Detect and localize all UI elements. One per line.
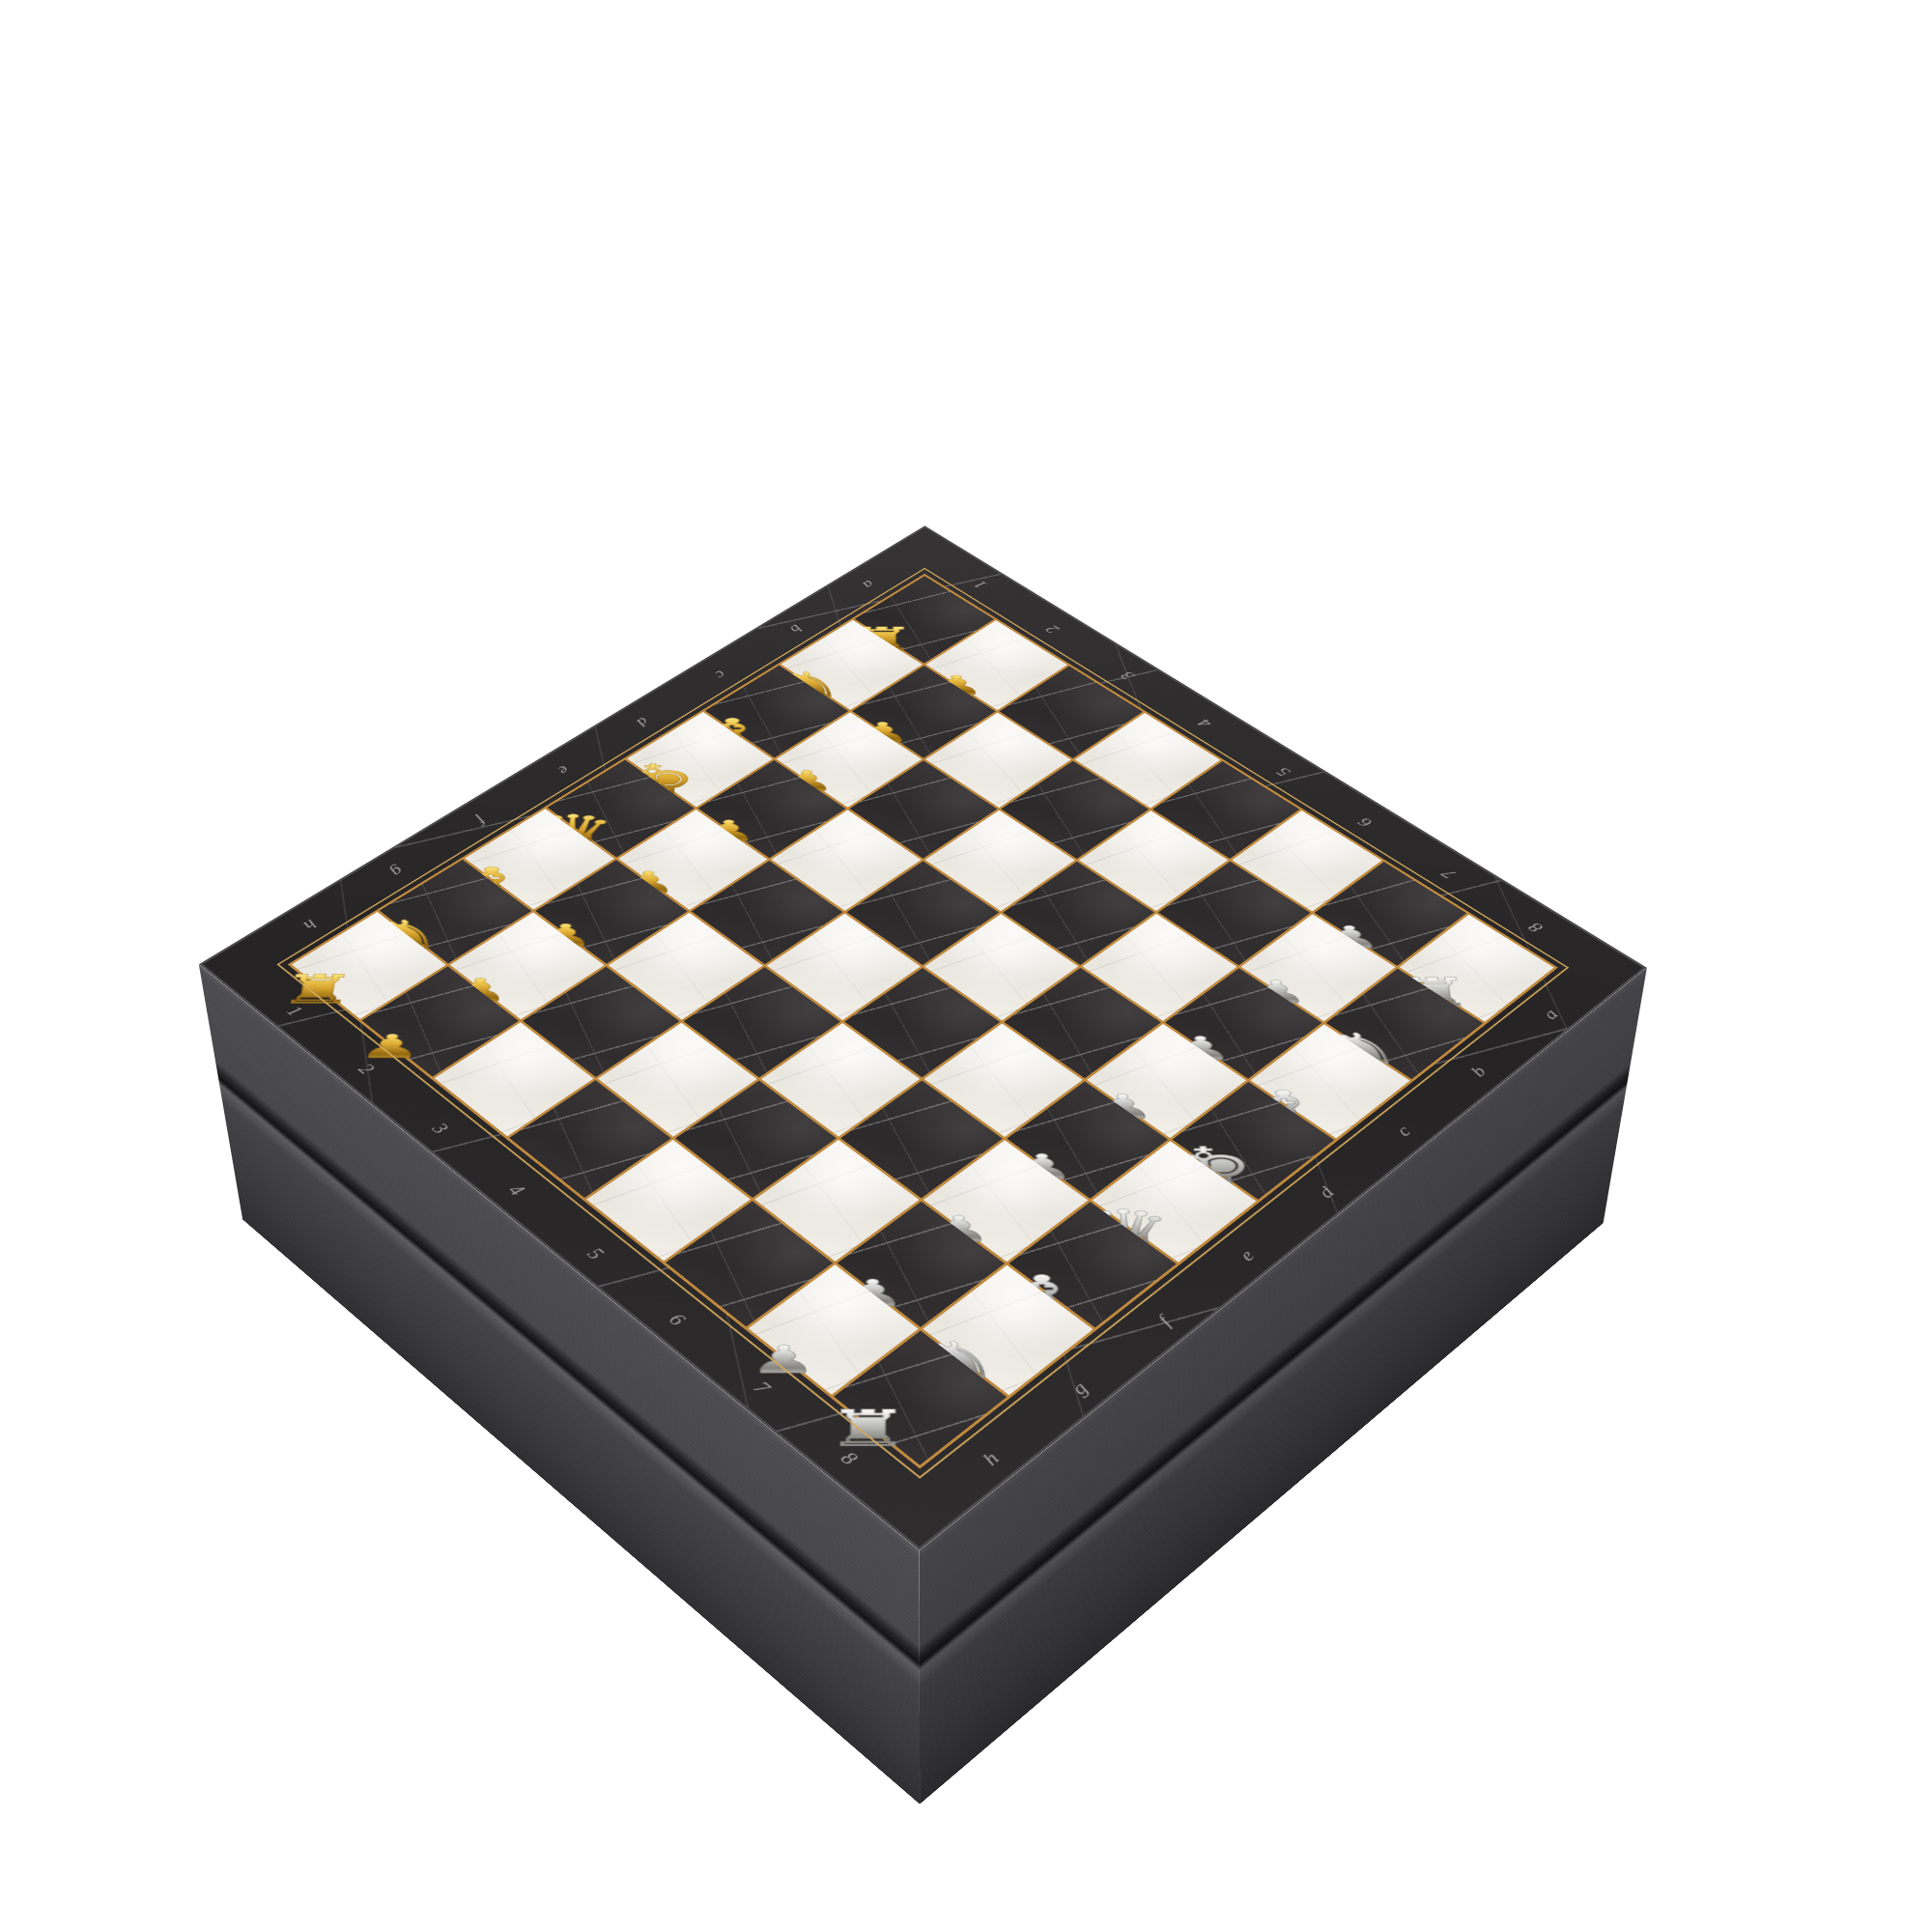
coordinate-file-gold-edge: g [385, 864, 409, 880]
scene: ♜♟♟♜♞♟♟♞♝♟♟♝♚♟♟♚♛♟♟♛♝♟♟♝♞♟♟♞♜♟♟♜ 1122334… [0, 0, 1932, 1932]
coordinate-file-silver-edge: e [1233, 1245, 1260, 1265]
coordinate-file-gold-edge: d [632, 714, 655, 729]
board-top: ♜♟♟♜♞♟♟♞♝♟♟♝♚♟♟♚♛♟♟♛♝♟♟♝♞♟♟♞♜♟♟♜ 1122334… [199, 526, 1647, 1550]
coordinate-rank-far-edge: 3 [1116, 668, 1139, 683]
chess-set: ♜♟♟♜♞♟♟♞♝♟♟♝♚♟♟♚♛♟♟♛♝♟♟♝♞♟♟♞♜♟♟♜ 1122334… [199, 526, 1647, 1550]
coordinate-file-silver-edge: g [1065, 1378, 1094, 1400]
coordinate-rank-near-edge: 6 [663, 1309, 691, 1330]
coordinate-file-gold-edge: h [298, 916, 323, 933]
piece-gold-rook[interactable]: ♜ [276, 972, 359, 1009]
coordinate-file-silver-edge: d [1313, 1182, 1341, 1203]
coordinate-rank-near-edge: 5 [582, 1243, 610, 1264]
coordinate-file-gold-edge: f [472, 813, 493, 828]
coordinate-rank-near-edge: 3 [427, 1119, 454, 1138]
coordinate-file-gold-edge: b [784, 622, 807, 637]
piece-silver-pawn[interactable]: ♟ [750, 1342, 818, 1377]
coordinate-rank-far-edge: 6 [1353, 814, 1377, 831]
coordinate-file-gold-edge: a [858, 578, 880, 591]
coordinate-file-silver-edge: a [1537, 1005, 1564, 1023]
coordinate-file-gold-edge: c [710, 668, 732, 682]
piece-silver-rook[interactable]: ♜ [824, 1406, 911, 1451]
piece-gold-pawn[interactable]: ♟ [358, 1032, 425, 1062]
coordinate-rank-far-edge: 4 [1193, 716, 1216, 731]
coordinate-rank-far-edge: 5 [1272, 764, 1295, 780]
coordinate-file-silver-edge: h [977, 1447, 1006, 1470]
coordinate-file-silver-edge: c [1390, 1122, 1417, 1140]
coordinate-rank-far-edge: 8 [1523, 919, 1548, 936]
coordinate-rank-near-edge: 4 [503, 1180, 531, 1200]
coordinate-rank-far-edge: 1 [969, 578, 991, 591]
coordinate-rank-far-edge: 2 [1041, 622, 1064, 637]
coordinate-file-gold-edge: e [553, 763, 575, 779]
coordinate-file-silver-edge: b [1464, 1063, 1492, 1081]
coordinate-rank-far-edge: 7 [1437, 866, 1461, 882]
coordinate-file-silver-edge: f [1151, 1312, 1177, 1330]
